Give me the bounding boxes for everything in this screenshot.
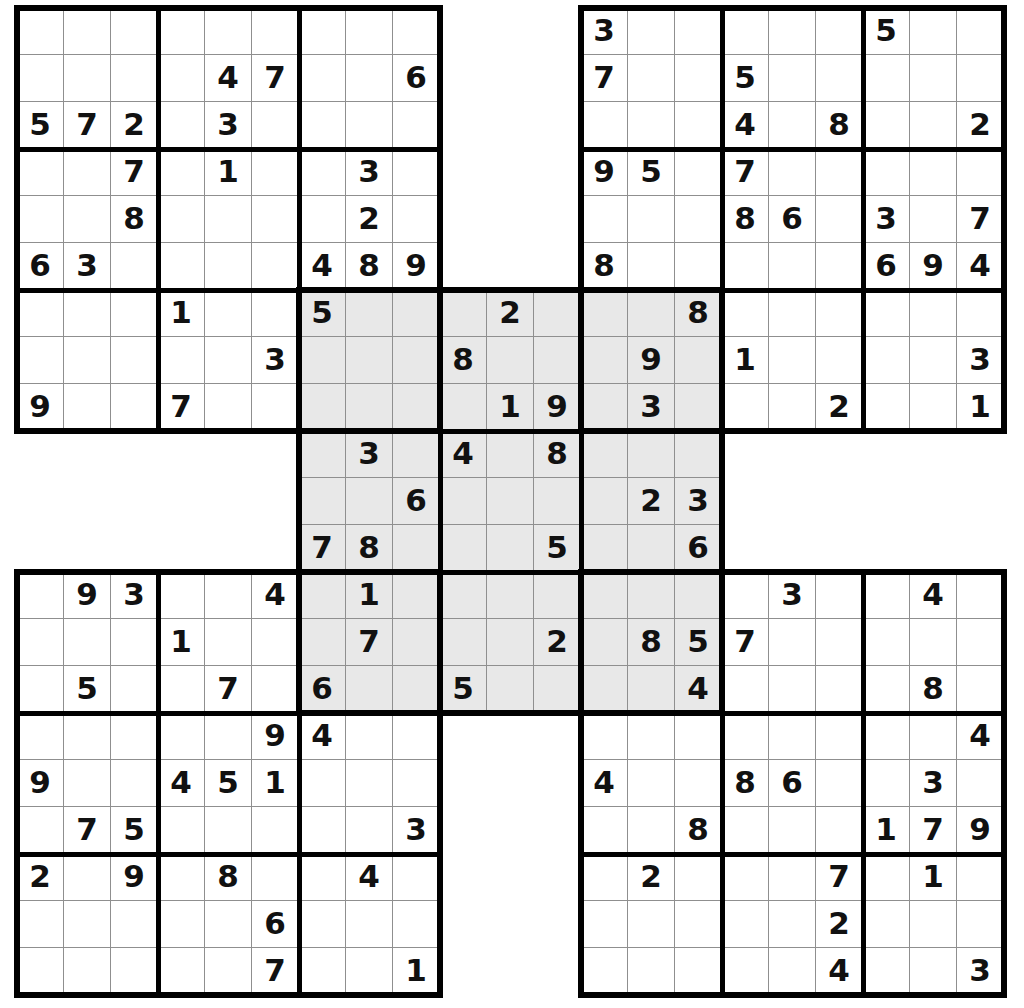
cell-r4c9[interactable] bbox=[393, 149, 440, 196]
cell-r19c5[interactable]: 8 bbox=[205, 854, 252, 901]
cell-r18c4[interactable] bbox=[158, 807, 205, 854]
cell-r4c15[interactable] bbox=[675, 149, 722, 196]
cell-r3c1[interactable]: 5 bbox=[17, 102, 64, 149]
cell-r13c8[interactable]: 1 bbox=[346, 572, 393, 619]
cell-r2c9[interactable]: 6 bbox=[393, 55, 440, 102]
cell-r20c4[interactable] bbox=[158, 901, 205, 948]
cell-r5c8[interactable]: 2 bbox=[346, 196, 393, 243]
cell-r9c15[interactable] bbox=[675, 384, 722, 431]
cell-r14c5[interactable] bbox=[205, 619, 252, 666]
cell-r9c10[interactable] bbox=[440, 384, 487, 431]
cell-r7c21[interactable] bbox=[957, 290, 1004, 337]
cell-r20c8[interactable] bbox=[346, 901, 393, 948]
cell-r19c8[interactable]: 4 bbox=[346, 854, 393, 901]
cell-r16c15[interactable] bbox=[675, 713, 722, 760]
cell-r15c18[interactable] bbox=[816, 666, 863, 713]
cell-r17c13[interactable]: 4 bbox=[581, 760, 628, 807]
cell-r7c16[interactable] bbox=[722, 290, 769, 337]
cell-r3c16[interactable]: 4 bbox=[722, 102, 769, 149]
cell-r7c7[interactable]: 5 bbox=[299, 290, 346, 337]
cell-r3c20[interactable] bbox=[910, 102, 957, 149]
cell-r6c20[interactable]: 9 bbox=[910, 243, 957, 290]
cell-r15c1[interactable] bbox=[17, 666, 64, 713]
cell-r4c5[interactable]: 1 bbox=[205, 149, 252, 196]
cell-r16c9[interactable] bbox=[393, 713, 440, 760]
cell-r11c8[interactable] bbox=[346, 478, 393, 525]
cell-r21c14[interactable] bbox=[628, 948, 675, 995]
cell-r13c2[interactable]: 9 bbox=[64, 572, 111, 619]
cell-r2c7[interactable] bbox=[299, 55, 346, 102]
cell-r16c2[interactable] bbox=[64, 713, 111, 760]
cell-r15c13[interactable] bbox=[581, 666, 628, 713]
cell-r19c2[interactable] bbox=[64, 854, 111, 901]
cell-r10c15[interactable] bbox=[675, 431, 722, 478]
cell-r9c1[interactable]: 9 bbox=[17, 384, 64, 431]
cell-r2c1[interactable] bbox=[17, 55, 64, 102]
cell-r16c4[interactable] bbox=[158, 713, 205, 760]
cell-r1c13[interactable]: 3 bbox=[581, 8, 628, 55]
cell-r1c3[interactable] bbox=[111, 8, 158, 55]
cell-r18c19[interactable]: 1 bbox=[863, 807, 910, 854]
cell-r8c8[interactable] bbox=[346, 337, 393, 384]
cell-r21c7[interactable] bbox=[299, 948, 346, 995]
cell-r8c21[interactable]: 3 bbox=[957, 337, 1004, 384]
cell-r20c9[interactable] bbox=[393, 901, 440, 948]
cell-r17c17[interactable]: 6 bbox=[769, 760, 816, 807]
cell-r7c2[interactable] bbox=[64, 290, 111, 337]
cell-r8c13[interactable] bbox=[581, 337, 628, 384]
cell-r13c16[interactable] bbox=[722, 572, 769, 619]
cell-r21c8[interactable] bbox=[346, 948, 393, 995]
cell-r4c20[interactable] bbox=[910, 149, 957, 196]
cell-r1c17[interactable] bbox=[769, 8, 816, 55]
cell-r16c8[interactable] bbox=[346, 713, 393, 760]
cell-r15c17[interactable] bbox=[769, 666, 816, 713]
cell-r3c15[interactable] bbox=[675, 102, 722, 149]
cell-r6c4[interactable] bbox=[158, 243, 205, 290]
cell-r9c9[interactable] bbox=[393, 384, 440, 431]
cell-r5c4[interactable] bbox=[158, 196, 205, 243]
cell-r13c11[interactable] bbox=[487, 572, 534, 619]
cell-r15c14[interactable] bbox=[628, 666, 675, 713]
cell-r20c15[interactable] bbox=[675, 901, 722, 948]
cell-r12c10[interactable] bbox=[440, 525, 487, 572]
cell-r17c2[interactable] bbox=[64, 760, 111, 807]
cell-r14c20[interactable] bbox=[910, 619, 957, 666]
cell-r15c3[interactable] bbox=[111, 666, 158, 713]
cell-r9c5[interactable] bbox=[205, 384, 252, 431]
cell-r9c21[interactable]: 1 bbox=[957, 384, 1004, 431]
cell-r14c16[interactable]: 7 bbox=[722, 619, 769, 666]
cell-r19c18[interactable]: 7 bbox=[816, 854, 863, 901]
cell-r8c3[interactable] bbox=[111, 337, 158, 384]
cell-r15c7[interactable]: 6 bbox=[299, 666, 346, 713]
cell-r7c6[interactable] bbox=[252, 290, 299, 337]
cell-r4c17[interactable] bbox=[769, 149, 816, 196]
cell-r18c13[interactable] bbox=[581, 807, 628, 854]
cell-r16c16[interactable] bbox=[722, 713, 769, 760]
cell-r17c21[interactable] bbox=[957, 760, 1004, 807]
cell-r4c2[interactable] bbox=[64, 149, 111, 196]
cell-r7c14[interactable] bbox=[628, 290, 675, 337]
cell-r16c20[interactable] bbox=[910, 713, 957, 760]
cell-r3c5[interactable]: 3 bbox=[205, 102, 252, 149]
cell-r1c15[interactable] bbox=[675, 8, 722, 55]
cell-r4c21[interactable] bbox=[957, 149, 1004, 196]
cell-r1c8[interactable] bbox=[346, 8, 393, 55]
cell-r4c19[interactable] bbox=[863, 149, 910, 196]
cell-r5c17[interactable]: 6 bbox=[769, 196, 816, 243]
cell-r8c12[interactable] bbox=[534, 337, 581, 384]
cell-r9c4[interactable]: 7 bbox=[158, 384, 205, 431]
cell-r14c12[interactable]: 2 bbox=[534, 619, 581, 666]
cell-r20c20[interactable] bbox=[910, 901, 957, 948]
cell-r19c17[interactable] bbox=[769, 854, 816, 901]
cell-r4c14[interactable]: 5 bbox=[628, 149, 675, 196]
cell-r12c15[interactable]: 6 bbox=[675, 525, 722, 572]
cell-r4c1[interactable] bbox=[17, 149, 64, 196]
cell-r14c3[interactable] bbox=[111, 619, 158, 666]
cell-r14c10[interactable] bbox=[440, 619, 487, 666]
cell-r19c7[interactable] bbox=[299, 854, 346, 901]
cell-r16c14[interactable] bbox=[628, 713, 675, 760]
cell-r21c16[interactable] bbox=[722, 948, 769, 995]
cell-r21c13[interactable] bbox=[581, 948, 628, 995]
cell-r15c2[interactable]: 5 bbox=[64, 666, 111, 713]
cell-r6c21[interactable]: 4 bbox=[957, 243, 1004, 290]
cell-r18c8[interactable] bbox=[346, 807, 393, 854]
cell-r13c5[interactable] bbox=[205, 572, 252, 619]
cell-r5c14[interactable] bbox=[628, 196, 675, 243]
cell-r5c7[interactable] bbox=[299, 196, 346, 243]
cell-r16c13[interactable] bbox=[581, 713, 628, 760]
cell-r19c4[interactable] bbox=[158, 854, 205, 901]
cell-r9c13[interactable] bbox=[581, 384, 628, 431]
cell-r10c10[interactable]: 4 bbox=[440, 431, 487, 478]
cell-r17c16[interactable]: 8 bbox=[722, 760, 769, 807]
cell-r5c19[interactable]: 3 bbox=[863, 196, 910, 243]
cell-r8c10[interactable]: 8 bbox=[440, 337, 487, 384]
cell-r14c17[interactable] bbox=[769, 619, 816, 666]
cell-r21c20[interactable] bbox=[910, 948, 957, 995]
cell-r5c3[interactable]: 8 bbox=[111, 196, 158, 243]
cell-r19c3[interactable]: 9 bbox=[111, 854, 158, 901]
cell-r16c1[interactable] bbox=[17, 713, 64, 760]
cell-r8c16[interactable]: 1 bbox=[722, 337, 769, 384]
cell-r11c14[interactable]: 2 bbox=[628, 478, 675, 525]
cell-r14c21[interactable] bbox=[957, 619, 1004, 666]
cell-r2c21[interactable] bbox=[957, 55, 1004, 102]
cell-r1c16[interactable] bbox=[722, 8, 769, 55]
cell-r5c5[interactable] bbox=[205, 196, 252, 243]
cell-r21c4[interactable] bbox=[158, 948, 205, 995]
cell-r12c14[interactable] bbox=[628, 525, 675, 572]
cell-r1c21[interactable] bbox=[957, 8, 1004, 55]
cell-r14c14[interactable]: 8 bbox=[628, 619, 675, 666]
cell-r1c6[interactable] bbox=[252, 8, 299, 55]
cell-r7c15[interactable]: 8 bbox=[675, 290, 722, 337]
cell-r13c14[interactable] bbox=[628, 572, 675, 619]
cell-r11c12[interactable] bbox=[534, 478, 581, 525]
cell-r2c14[interactable] bbox=[628, 55, 675, 102]
cell-r10c9[interactable] bbox=[393, 431, 440, 478]
cell-r13c12[interactable] bbox=[534, 572, 581, 619]
cell-r2c16[interactable]: 5 bbox=[722, 55, 769, 102]
cell-r3c2[interactable]: 7 bbox=[64, 102, 111, 149]
cell-r7c11[interactable]: 2 bbox=[487, 290, 534, 337]
cell-r8c7[interactable] bbox=[299, 337, 346, 384]
cell-r14c2[interactable] bbox=[64, 619, 111, 666]
cell-r20c19[interactable] bbox=[863, 901, 910, 948]
cell-r2c19[interactable] bbox=[863, 55, 910, 102]
cell-r20c18[interactable]: 2 bbox=[816, 901, 863, 948]
cell-r11c15[interactable]: 3 bbox=[675, 478, 722, 525]
cell-r19c6[interactable] bbox=[252, 854, 299, 901]
cell-r21c9[interactable]: 1 bbox=[393, 948, 440, 995]
cell-r2c20[interactable] bbox=[910, 55, 957, 102]
cell-r5c6[interactable] bbox=[252, 196, 299, 243]
cell-r8c2[interactable] bbox=[64, 337, 111, 384]
cell-r1c18[interactable] bbox=[816, 8, 863, 55]
cell-r11c9[interactable]: 6 bbox=[393, 478, 440, 525]
cell-r16c6[interactable]: 9 bbox=[252, 713, 299, 760]
cell-r8c18[interactable] bbox=[816, 337, 863, 384]
cell-r19c21[interactable] bbox=[957, 854, 1004, 901]
cell-r14c8[interactable]: 7 bbox=[346, 619, 393, 666]
cell-r21c2[interactable] bbox=[64, 948, 111, 995]
cell-r2c15[interactable] bbox=[675, 55, 722, 102]
cell-r2c2[interactable] bbox=[64, 55, 111, 102]
cell-r3c21[interactable]: 2 bbox=[957, 102, 1004, 149]
cell-r15c4[interactable] bbox=[158, 666, 205, 713]
cell-r7c12[interactable] bbox=[534, 290, 581, 337]
cell-r20c14[interactable] bbox=[628, 901, 675, 948]
cell-r18c2[interactable]: 7 bbox=[64, 807, 111, 854]
cell-r13c1[interactable] bbox=[17, 572, 64, 619]
cell-r6c7[interactable]: 4 bbox=[299, 243, 346, 290]
cell-r16c5[interactable] bbox=[205, 713, 252, 760]
cell-r16c7[interactable]: 4 bbox=[299, 713, 346, 760]
cell-r17c14[interactable] bbox=[628, 760, 675, 807]
cell-r17c15[interactable] bbox=[675, 760, 722, 807]
cell-r8c20[interactable] bbox=[910, 337, 957, 384]
cell-r12c8[interactable]: 8 bbox=[346, 525, 393, 572]
cell-r19c19[interactable] bbox=[863, 854, 910, 901]
cell-r9c18[interactable]: 2 bbox=[816, 384, 863, 431]
cell-r7c1[interactable] bbox=[17, 290, 64, 337]
cell-r14c15[interactable]: 5 bbox=[675, 619, 722, 666]
cell-r15c11[interactable] bbox=[487, 666, 534, 713]
cell-r6c14[interactable] bbox=[628, 243, 675, 290]
cell-r4c13[interactable]: 9 bbox=[581, 149, 628, 196]
cell-r9c11[interactable]: 1 bbox=[487, 384, 534, 431]
cell-r17c20[interactable]: 3 bbox=[910, 760, 957, 807]
cell-r15c9[interactable] bbox=[393, 666, 440, 713]
cell-r7c18[interactable] bbox=[816, 290, 863, 337]
cell-r18c21[interactable]: 9 bbox=[957, 807, 1004, 854]
cell-r16c17[interactable] bbox=[769, 713, 816, 760]
cell-r15c15[interactable]: 4 bbox=[675, 666, 722, 713]
cell-r3c14[interactable] bbox=[628, 102, 675, 149]
cell-r4c16[interactable]: 7 bbox=[722, 149, 769, 196]
cell-r9c20[interactable] bbox=[910, 384, 957, 431]
cell-r9c3[interactable] bbox=[111, 384, 158, 431]
cell-r13c6[interactable]: 4 bbox=[252, 572, 299, 619]
cell-r14c11[interactable] bbox=[487, 619, 534, 666]
cell-r21c1[interactable] bbox=[17, 948, 64, 995]
cell-r12c13[interactable] bbox=[581, 525, 628, 572]
cell-r10c11[interactable] bbox=[487, 431, 534, 478]
cell-r17c18[interactable] bbox=[816, 760, 863, 807]
cell-r10c13[interactable] bbox=[581, 431, 628, 478]
cell-r9c12[interactable]: 9 bbox=[534, 384, 581, 431]
cell-r3c8[interactable] bbox=[346, 102, 393, 149]
cell-r18c6[interactable] bbox=[252, 807, 299, 854]
cell-r6c3[interactable] bbox=[111, 243, 158, 290]
cell-r13c3[interactable]: 3 bbox=[111, 572, 158, 619]
cell-r6c8[interactable]: 8 bbox=[346, 243, 393, 290]
cell-r13c19[interactable] bbox=[863, 572, 910, 619]
cell-r8c14[interactable]: 9 bbox=[628, 337, 675, 384]
cell-r17c19[interactable] bbox=[863, 760, 910, 807]
cell-r8c19[interactable] bbox=[863, 337, 910, 384]
cell-r20c21[interactable] bbox=[957, 901, 1004, 948]
cell-r14c13[interactable] bbox=[581, 619, 628, 666]
cell-r8c9[interactable] bbox=[393, 337, 440, 384]
cell-r2c17[interactable] bbox=[769, 55, 816, 102]
cell-r16c3[interactable] bbox=[111, 713, 158, 760]
cell-r18c17[interactable] bbox=[769, 807, 816, 854]
cell-r2c3[interactable] bbox=[111, 55, 158, 102]
cell-r13c7[interactable] bbox=[299, 572, 346, 619]
cell-r3c6[interactable] bbox=[252, 102, 299, 149]
cell-r8c17[interactable] bbox=[769, 337, 816, 384]
cell-r7c8[interactable] bbox=[346, 290, 393, 337]
cell-r8c4[interactable] bbox=[158, 337, 205, 384]
cell-r16c19[interactable] bbox=[863, 713, 910, 760]
cell-r6c15[interactable] bbox=[675, 243, 722, 290]
cell-r18c15[interactable]: 8 bbox=[675, 807, 722, 854]
cell-r9c14[interactable]: 3 bbox=[628, 384, 675, 431]
cell-r1c4[interactable] bbox=[158, 8, 205, 55]
cell-r21c6[interactable]: 7 bbox=[252, 948, 299, 995]
cell-r17c9[interactable] bbox=[393, 760, 440, 807]
cell-r6c18[interactable] bbox=[816, 243, 863, 290]
cell-r15c21[interactable] bbox=[957, 666, 1004, 713]
cell-r21c5[interactable] bbox=[205, 948, 252, 995]
cell-r6c6[interactable] bbox=[252, 243, 299, 290]
cell-r19c15[interactable] bbox=[675, 854, 722, 901]
cell-r6c16[interactable] bbox=[722, 243, 769, 290]
cell-r21c15[interactable] bbox=[675, 948, 722, 995]
cell-r2c6[interactable]: 7 bbox=[252, 55, 299, 102]
cell-r17c3[interactable] bbox=[111, 760, 158, 807]
cell-r14c19[interactable] bbox=[863, 619, 910, 666]
cell-r6c5[interactable] bbox=[205, 243, 252, 290]
cell-r19c1[interactable]: 2 bbox=[17, 854, 64, 901]
cell-r1c7[interactable] bbox=[299, 8, 346, 55]
cell-r9c19[interactable] bbox=[863, 384, 910, 431]
cell-r12c9[interactable] bbox=[393, 525, 440, 572]
cell-r15c8[interactable] bbox=[346, 666, 393, 713]
cell-r5c13[interactable] bbox=[581, 196, 628, 243]
cell-r18c1[interactable] bbox=[17, 807, 64, 854]
cell-r9c16[interactable] bbox=[722, 384, 769, 431]
cell-r21c18[interactable]: 4 bbox=[816, 948, 863, 995]
cell-r2c13[interactable]: 7 bbox=[581, 55, 628, 102]
cell-r20c2[interactable] bbox=[64, 901, 111, 948]
cell-r7c5[interactable] bbox=[205, 290, 252, 337]
cell-r18c7[interactable] bbox=[299, 807, 346, 854]
cell-r21c3[interactable] bbox=[111, 948, 158, 995]
cell-r12c12[interactable]: 5 bbox=[534, 525, 581, 572]
cell-r16c18[interactable] bbox=[816, 713, 863, 760]
cell-r9c8[interactable] bbox=[346, 384, 393, 431]
cell-r2c4[interactable] bbox=[158, 55, 205, 102]
cell-r13c4[interactable] bbox=[158, 572, 205, 619]
cell-r15c5[interactable]: 7 bbox=[205, 666, 252, 713]
cell-r11c7[interactable] bbox=[299, 478, 346, 525]
cell-r1c1[interactable] bbox=[17, 8, 64, 55]
cell-r1c14[interactable] bbox=[628, 8, 675, 55]
cell-r17c6[interactable]: 1 bbox=[252, 760, 299, 807]
cell-r11c10[interactable] bbox=[440, 478, 487, 525]
cell-r10c8[interactable]: 3 bbox=[346, 431, 393, 478]
cell-r16c21[interactable]: 4 bbox=[957, 713, 1004, 760]
cell-r6c19[interactable]: 6 bbox=[863, 243, 910, 290]
cell-r6c17[interactable] bbox=[769, 243, 816, 290]
cell-r17c1[interactable]: 9 bbox=[17, 760, 64, 807]
cell-r3c9[interactable] bbox=[393, 102, 440, 149]
cell-r13c15[interactable] bbox=[675, 572, 722, 619]
cell-r10c12[interactable]: 8 bbox=[534, 431, 581, 478]
cell-r19c13[interactable] bbox=[581, 854, 628, 901]
cell-r3c13[interactable] bbox=[581, 102, 628, 149]
cell-r14c18[interactable] bbox=[816, 619, 863, 666]
cell-r14c1[interactable] bbox=[17, 619, 64, 666]
cell-r5c9[interactable] bbox=[393, 196, 440, 243]
cell-r12c11[interactable] bbox=[487, 525, 534, 572]
cell-r20c13[interactable] bbox=[581, 901, 628, 948]
cell-r3c17[interactable] bbox=[769, 102, 816, 149]
cell-r17c5[interactable]: 5 bbox=[205, 760, 252, 807]
cell-r4c7[interactable] bbox=[299, 149, 346, 196]
cell-r18c3[interactable]: 5 bbox=[111, 807, 158, 854]
cell-r18c9[interactable]: 3 bbox=[393, 807, 440, 854]
cell-r15c20[interactable]: 8 bbox=[910, 666, 957, 713]
cell-r7c9[interactable] bbox=[393, 290, 440, 337]
cell-r1c19[interactable]: 5 bbox=[863, 8, 910, 55]
cell-r11c11[interactable] bbox=[487, 478, 534, 525]
cell-r17c8[interactable] bbox=[346, 760, 393, 807]
cell-r6c1[interactable]: 6 bbox=[17, 243, 64, 290]
cell-r20c5[interactable] bbox=[205, 901, 252, 948]
cell-r20c1[interactable] bbox=[17, 901, 64, 948]
cell-r2c8[interactable] bbox=[346, 55, 393, 102]
cell-r5c18[interactable] bbox=[816, 196, 863, 243]
cell-r7c3[interactable] bbox=[111, 290, 158, 337]
cell-r7c19[interactable] bbox=[863, 290, 910, 337]
cell-r19c16[interactable] bbox=[722, 854, 769, 901]
cell-r20c3[interactable] bbox=[111, 901, 158, 948]
cell-r21c21[interactable]: 3 bbox=[957, 948, 1004, 995]
cell-r9c17[interactable] bbox=[769, 384, 816, 431]
cell-r15c16[interactable] bbox=[722, 666, 769, 713]
cell-r17c7[interactable] bbox=[299, 760, 346, 807]
cell-r5c1[interactable] bbox=[17, 196, 64, 243]
cell-r14c6[interactable] bbox=[252, 619, 299, 666]
cell-r15c6[interactable] bbox=[252, 666, 299, 713]
